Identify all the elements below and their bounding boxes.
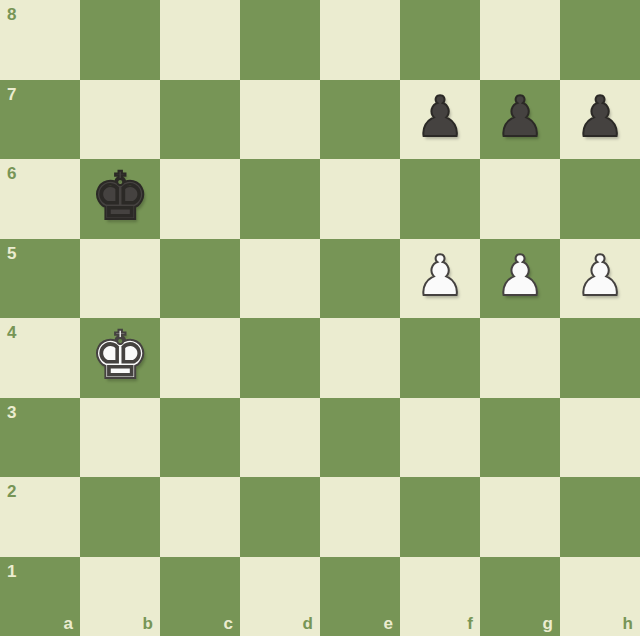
rank-label-7: 7: [7, 86, 16, 103]
square-a1[interactable]: 1a: [0, 557, 80, 636]
square-d1[interactable]: d: [240, 557, 320, 636]
square-b7[interactable]: [80, 80, 160, 160]
square-g5[interactable]: ♟: [480, 239, 560, 319]
square-g7[interactable]: ♟: [480, 80, 560, 160]
file-label-c: c: [224, 615, 233, 632]
square-e5[interactable]: [320, 239, 400, 319]
white-king-b4[interactable]: ♚: [80, 318, 160, 398]
square-a7[interactable]: 7: [0, 80, 80, 160]
square-f8[interactable]: [400, 0, 480, 80]
square-f3[interactable]: [400, 398, 480, 478]
square-b8[interactable]: [80, 0, 160, 80]
square-d6[interactable]: [240, 159, 320, 239]
square-b2[interactable]: [80, 477, 160, 557]
square-f2[interactable]: [400, 477, 480, 557]
file-label-f: f: [467, 615, 473, 632]
square-h6[interactable]: [560, 159, 640, 239]
square-c8[interactable]: [160, 0, 240, 80]
square-c1[interactable]: c: [160, 557, 240, 636]
rank-label-8: 8: [7, 6, 16, 23]
square-f1[interactable]: f: [400, 557, 480, 636]
square-b5[interactable]: [80, 239, 160, 319]
square-e8[interactable]: [320, 0, 400, 80]
square-h4[interactable]: [560, 318, 640, 398]
square-d8[interactable]: [240, 0, 320, 80]
square-e2[interactable]: [320, 477, 400, 557]
square-b6[interactable]: ♚: [80, 159, 160, 239]
square-h1[interactable]: h: [560, 557, 640, 636]
square-f6[interactable]: [400, 159, 480, 239]
square-b4[interactable]: ♚: [80, 318, 160, 398]
white-pawn-g5[interactable]: ♟: [480, 239, 560, 319]
file-label-b: b: [143, 615, 153, 632]
square-e3[interactable]: [320, 398, 400, 478]
square-a5[interactable]: 5: [0, 239, 80, 319]
square-b3[interactable]: [80, 398, 160, 478]
square-c7[interactable]: [160, 80, 240, 160]
square-c2[interactable]: [160, 477, 240, 557]
square-a6[interactable]: 6: [0, 159, 80, 239]
square-g4[interactable]: [480, 318, 560, 398]
square-a4[interactable]: 4: [0, 318, 80, 398]
black-king-b6[interactable]: ♚: [80, 159, 160, 239]
square-c6[interactable]: [160, 159, 240, 239]
rank-label-3: 3: [7, 404, 16, 421]
square-d2[interactable]: [240, 477, 320, 557]
square-b1[interactable]: b: [80, 557, 160, 636]
square-d4[interactable]: [240, 318, 320, 398]
file-label-d: d: [303, 615, 313, 632]
square-h3[interactable]: [560, 398, 640, 478]
square-c5[interactable]: [160, 239, 240, 319]
rank-label-4: 4: [7, 324, 16, 341]
square-g1[interactable]: g: [480, 557, 560, 636]
rank-label-2: 2: [7, 483, 16, 500]
chess-board: 87♟♟♟6♚5♟♟♟4♚321abcdefgh: [0, 0, 640, 636]
rank-label-1: 1: [7, 563, 16, 580]
square-d5[interactable]: [240, 239, 320, 319]
square-c4[interactable]: [160, 318, 240, 398]
black-pawn-h7[interactable]: ♟: [560, 80, 640, 160]
file-label-a: a: [64, 615, 73, 632]
square-d7[interactable]: [240, 80, 320, 160]
square-f4[interactable]: [400, 318, 480, 398]
file-label-h: h: [623, 615, 633, 632]
square-a2[interactable]: 2: [0, 477, 80, 557]
square-g8[interactable]: [480, 0, 560, 80]
square-e4[interactable]: [320, 318, 400, 398]
black-pawn-g7[interactable]: ♟: [480, 80, 560, 160]
white-pawn-f5[interactable]: ♟: [400, 239, 480, 319]
square-d3[interactable]: [240, 398, 320, 478]
white-pawn-h5[interactable]: ♟: [560, 239, 640, 319]
square-e6[interactable]: [320, 159, 400, 239]
file-label-e: e: [384, 615, 393, 632]
square-a8[interactable]: 8: [0, 0, 80, 80]
square-a3[interactable]: 3: [0, 398, 80, 478]
square-f5[interactable]: ♟: [400, 239, 480, 319]
square-g2[interactable]: [480, 477, 560, 557]
square-h2[interactable]: [560, 477, 640, 557]
square-g6[interactable]: [480, 159, 560, 239]
square-e1[interactable]: e: [320, 557, 400, 636]
rank-label-5: 5: [7, 245, 16, 262]
black-pawn-f7[interactable]: ♟: [400, 80, 480, 160]
square-f7[interactable]: ♟: [400, 80, 480, 160]
square-g3[interactable]: [480, 398, 560, 478]
file-label-g: g: [543, 615, 553, 632]
square-h5[interactable]: ♟: [560, 239, 640, 319]
rank-label-6: 6: [7, 165, 16, 182]
square-e7[interactable]: [320, 80, 400, 160]
square-c3[interactable]: [160, 398, 240, 478]
square-h7[interactable]: ♟: [560, 80, 640, 160]
square-h8[interactable]: [560, 0, 640, 80]
